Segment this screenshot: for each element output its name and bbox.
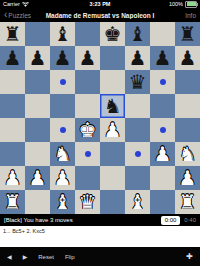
black-king-e8: ♚	[104, 24, 122, 44]
square-e1[interactable]	[100, 190, 125, 214]
move-hint-dot-d3[interactable]	[85, 151, 91, 157]
white-bishop-c1: ♝	[54, 192, 72, 212]
square-f6[interactable]: ♛	[125, 70, 150, 94]
square-a2[interactable]: ♟	[0, 166, 25, 190]
square-f8[interactable]: ♝	[125, 22, 150, 46]
square-h7[interactable]: ♟	[175, 46, 200, 70]
black-rook-h8: ♜	[179, 24, 197, 44]
elapsed-timer: 0:00	[161, 216, 181, 225]
black-pawn-h7: ♟	[179, 48, 197, 68]
turn-status-label: [Black] You have 3 moves	[4, 217, 157, 223]
square-g6[interactable]	[150, 70, 175, 94]
app-window: Carrier 3:23 PM 100% ‹ Puzzles Madame de…	[0, 0, 200, 266]
square-h6[interactable]	[175, 70, 200, 94]
carrier-label: Carrier	[3, 0, 20, 8]
square-f4[interactable]	[125, 118, 150, 142]
square-c7[interactable]: ♟	[50, 46, 75, 70]
black-pawn-a7: ♟	[4, 48, 22, 68]
square-a3[interactable]	[0, 142, 25, 166]
battery-percent-label: 100%	[169, 0, 183, 8]
white-pawn-g3: ♟	[154, 144, 172, 164]
square-c4[interactable]	[50, 118, 75, 142]
reset-button[interactable]: Reset	[38, 254, 54, 260]
square-e8[interactable]: ♚	[100, 22, 125, 46]
black-pawn-d7: ♟	[79, 48, 97, 68]
square-c8[interactable]: ♝	[50, 22, 75, 46]
wifi-icon	[22, 2, 29, 7]
square-f3[interactable]	[125, 142, 150, 166]
square-g8[interactable]	[150, 22, 175, 46]
bottom-toolbar: ◀ ▶ Reset Flip ✚	[0, 247, 200, 266]
battery-icon	[185, 1, 197, 8]
move-list[interactable]: 1... Bc5+ 2. Kxc5	[0, 226, 200, 247]
square-e2[interactable]	[100, 166, 125, 190]
white-pawn-e4: ♟	[104, 120, 122, 140]
white-pawn-a2: ♟	[4, 168, 22, 188]
square-c3[interactable]: ♞	[50, 142, 75, 166]
square-c5[interactable]	[50, 94, 75, 118]
square-g7[interactable]: ♟	[150, 46, 175, 70]
white-pawn-c2: ♟	[54, 168, 72, 188]
move-hint-dot-c6[interactable]	[60, 79, 66, 85]
next-move-icon[interactable]: ▶	[23, 253, 28, 260]
square-b8[interactable]	[25, 22, 50, 46]
square-d1[interactable]: ♛	[75, 190, 100, 214]
square-a1[interactable]: ♜	[0, 190, 25, 214]
square-c1[interactable]: ♝	[50, 190, 75, 214]
time-limit-label: 0:40	[184, 217, 196, 223]
chess-board: ♜♝♚♝♜♟♟♟♟♟♟♟♛♞♚♟♞♟♞♟♟♟♟♜♝♛♝♜	[0, 22, 200, 214]
square-b3[interactable]	[25, 142, 50, 166]
white-pawn-b2: ♟	[29, 168, 47, 188]
move-hint-dot-g4[interactable]	[160, 127, 166, 133]
square-f2[interactable]	[125, 166, 150, 190]
white-queen-d1: ♛	[79, 192, 97, 212]
flip-button[interactable]: Flip	[65, 254, 75, 260]
square-d8[interactable]	[75, 22, 100, 46]
square-f1[interactable]: ♝	[125, 190, 150, 214]
square-e5[interactable]: ♞	[100, 94, 125, 118]
info-button[interactable]: Info	[185, 12, 196, 19]
puzzle-status-strip: [Black] You have 3 moves 0:00 0:40	[0, 214, 200, 226]
square-c6[interactable]	[50, 70, 75, 94]
square-d7[interactable]: ♟	[75, 46, 100, 70]
square-b1[interactable]	[25, 190, 50, 214]
square-f5[interactable]	[125, 94, 150, 118]
move-hint-dot-c4[interactable]	[60, 127, 66, 133]
square-b2[interactable]: ♟	[25, 166, 50, 190]
square-a4[interactable]	[0, 118, 25, 142]
black-knight-e5: ♞	[104, 96, 122, 116]
move-hint-dot-g6[interactable]	[160, 79, 166, 85]
square-d2[interactable]	[75, 166, 100, 190]
white-bishop-f1: ♝	[129, 192, 147, 212]
white-knight-h3: ♞	[179, 144, 197, 164]
square-h3[interactable]: ♞	[175, 142, 200, 166]
square-g4[interactable]	[150, 118, 175, 142]
white-knight-c3: ♞	[54, 144, 72, 164]
square-f7[interactable]: ♟	[125, 46, 150, 70]
black-pawn-c7: ♟	[54, 48, 72, 68]
square-h4[interactable]	[175, 118, 200, 142]
square-e3[interactable]	[100, 142, 125, 166]
square-b7[interactable]: ♟	[25, 46, 50, 70]
black-pawn-b7: ♟	[29, 48, 47, 68]
white-rook-a1: ♜	[4, 192, 22, 212]
square-a7[interactable]: ♟	[0, 46, 25, 70]
square-g3[interactable]: ♟	[150, 142, 175, 166]
square-h1[interactable]: ♜	[175, 190, 200, 214]
white-king-d4: ♚	[79, 120, 97, 140]
black-rook-a8: ♜	[4, 24, 22, 44]
square-d6[interactable]	[75, 70, 100, 94]
square-g1[interactable]	[150, 190, 175, 214]
chevron-left-icon: ‹	[4, 10, 7, 20]
black-bishop-c8: ♝	[54, 24, 72, 44]
square-b4[interactable]	[25, 118, 50, 142]
previous-move-icon[interactable]: ◀	[7, 253, 12, 260]
black-bishop-f8: ♝	[129, 24, 147, 44]
square-e7[interactable]	[100, 46, 125, 70]
black-pawn-f7: ♟	[129, 48, 147, 68]
square-c2[interactable]: ♟	[50, 166, 75, 190]
square-e4[interactable]: ♟	[100, 118, 125, 142]
square-d4[interactable]: ♚	[75, 118, 100, 142]
square-h8[interactable]: ♜	[175, 22, 200, 46]
black-queen-f6: ♛	[129, 72, 147, 92]
plus-icon[interactable]: ✚	[186, 252, 193, 261]
square-d3[interactable]	[75, 142, 100, 166]
square-d5[interactable]	[75, 94, 100, 118]
black-pawn-g7: ♟	[154, 48, 172, 68]
navigation-bar: ‹ Puzzles Madame de Remusat vs Napoleon …	[0, 8, 200, 22]
square-b5[interactable]	[25, 94, 50, 118]
page-title: Madame de Remusat vs Napoleon I	[20, 12, 180, 19]
white-pawn-h2: ♟	[179, 168, 197, 188]
square-h5[interactable]	[175, 94, 200, 118]
square-e6[interactable]	[100, 70, 125, 94]
square-g2[interactable]	[150, 166, 175, 190]
square-a5[interactable]	[0, 94, 25, 118]
square-b6[interactable]	[25, 70, 50, 94]
white-rook-h1: ♜	[179, 192, 197, 212]
square-h2[interactable]: ♟	[175, 166, 200, 190]
square-a6[interactable]	[0, 70, 25, 94]
square-g5[interactable]	[150, 94, 175, 118]
square-a8[interactable]: ♜	[0, 22, 25, 46]
move-hint-dot-f3[interactable]	[135, 151, 141, 157]
status-bar: Carrier 3:23 PM 100%	[0, 0, 200, 8]
